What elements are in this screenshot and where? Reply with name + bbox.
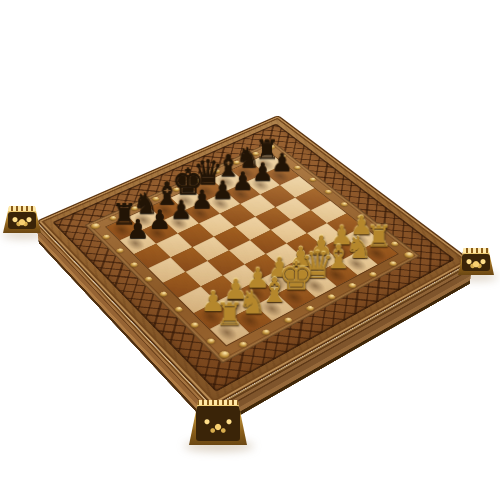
brass-foot-left <box>3 206 41 233</box>
chess-set-photo: ♜♞♝♛♚♝♞♜♟♟♟♟♟♟♟♟♟♟♟♟♟♟♟♟♜♞♝♛♚♝♞♜ <box>0 0 500 500</box>
piece-shadow <box>305 251 333 271</box>
chess-board: ♜♞♝♛♚♝♞♜♟♟♟♟♟♟♟♟♟♟♟♟♟♟♟♟♜♞♝♛♚♝♞♜ <box>36 115 473 407</box>
piece-shadow <box>213 174 238 191</box>
brass-foot-front <box>189 400 247 445</box>
brass-foot-right <box>458 248 494 275</box>
